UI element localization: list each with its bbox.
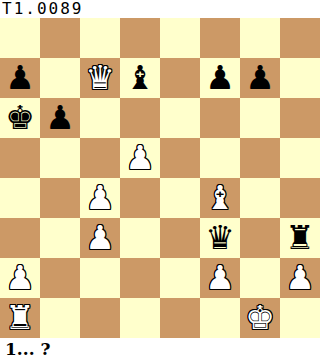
square-h2[interactable]: ♟ [280, 258, 320, 298]
white-rook[interactable]: ♜ [5, 298, 35, 338]
white-pawn[interactable]: ♟ [5, 258, 35, 298]
square-h8[interactable] [280, 18, 320, 58]
white-pawn[interactable]: ♟ [205, 258, 235, 298]
square-d1[interactable] [120, 298, 160, 338]
square-d4[interactable] [120, 178, 160, 218]
white-pawn[interactable]: ♟ [85, 178, 115, 218]
square-f7[interactable]: ♟ [200, 58, 240, 98]
black-rook[interactable]: ♜ [285, 218, 315, 258]
square-d2[interactable] [120, 258, 160, 298]
square-d8[interactable] [120, 18, 160, 58]
black-bishop[interactable]: ♝ [125, 58, 155, 98]
square-f4[interactable]: ♝ [200, 178, 240, 218]
square-a4[interactable] [0, 178, 40, 218]
black-pawn[interactable]: ♟ [5, 58, 35, 98]
square-d6[interactable] [120, 98, 160, 138]
square-b3[interactable] [40, 218, 80, 258]
square-a1[interactable]: ♜ [0, 298, 40, 338]
square-g3[interactable] [240, 218, 280, 258]
black-pawn[interactable]: ♟ [245, 58, 275, 98]
square-c3[interactable]: ♟ [80, 218, 120, 258]
square-h6[interactable] [280, 98, 320, 138]
square-c5[interactable] [80, 138, 120, 178]
square-c4[interactable]: ♟ [80, 178, 120, 218]
puzzle-window: T1.0089 ♟♛♝♟♟♚♟♟♟♝♟♛♜♟♟♟♜♚ 1... ? [0, 0, 320, 360]
square-c6[interactable] [80, 98, 120, 138]
square-b6[interactable]: ♟ [40, 98, 80, 138]
square-f5[interactable] [200, 138, 240, 178]
square-a7[interactable]: ♟ [0, 58, 40, 98]
move-prompt: 1... ? [0, 338, 320, 360]
square-h4[interactable] [280, 178, 320, 218]
puzzle-id: T1.0089 [0, 0, 320, 18]
square-e8[interactable] [160, 18, 200, 58]
square-e4[interactable] [160, 178, 200, 218]
square-f8[interactable] [200, 18, 240, 58]
square-c7[interactable]: ♛ [80, 58, 120, 98]
black-queen[interactable]: ♛ [205, 218, 235, 258]
square-e7[interactable] [160, 58, 200, 98]
square-h1[interactable] [280, 298, 320, 338]
white-pawn[interactable]: ♟ [85, 218, 115, 258]
white-pawn[interactable]: ♟ [285, 258, 315, 298]
square-g1[interactable]: ♚ [240, 298, 280, 338]
square-f6[interactable] [200, 98, 240, 138]
square-b1[interactable] [40, 298, 80, 338]
square-c1[interactable] [80, 298, 120, 338]
square-a8[interactable] [0, 18, 40, 58]
square-e5[interactable] [160, 138, 200, 178]
square-f3[interactable]: ♛ [200, 218, 240, 258]
square-c2[interactable] [80, 258, 120, 298]
square-b8[interactable] [40, 18, 80, 58]
square-g8[interactable] [240, 18, 280, 58]
square-g6[interactable] [240, 98, 280, 138]
square-a5[interactable] [0, 138, 40, 178]
square-d3[interactable] [120, 218, 160, 258]
white-queen[interactable]: ♛ [85, 58, 115, 98]
square-d5[interactable]: ♟ [120, 138, 160, 178]
square-a6[interactable]: ♚ [0, 98, 40, 138]
square-g7[interactable]: ♟ [240, 58, 280, 98]
square-b7[interactable] [40, 58, 80, 98]
square-b5[interactable] [40, 138, 80, 178]
black-king[interactable]: ♚ [5, 98, 35, 138]
square-a2[interactable]: ♟ [0, 258, 40, 298]
square-e6[interactable] [160, 98, 200, 138]
square-f1[interactable] [200, 298, 240, 338]
square-g2[interactable] [240, 258, 280, 298]
black-pawn[interactable]: ♟ [205, 58, 235, 98]
square-c8[interactable] [80, 18, 120, 58]
square-b2[interactable] [40, 258, 80, 298]
square-h3[interactable]: ♜ [280, 218, 320, 258]
square-e1[interactable] [160, 298, 200, 338]
square-a3[interactable] [0, 218, 40, 258]
square-e2[interactable] [160, 258, 200, 298]
square-f2[interactable]: ♟ [200, 258, 240, 298]
chess-board: ♟♛♝♟♟♚♟♟♟♝♟♛♜♟♟♟♜♚ [0, 18, 320, 338]
square-h5[interactable] [280, 138, 320, 178]
black-pawn[interactable]: ♟ [45, 98, 75, 138]
square-e3[interactable] [160, 218, 200, 258]
white-pawn[interactable]: ♟ [125, 138, 155, 178]
white-king[interactable]: ♚ [245, 298, 275, 338]
square-h7[interactable] [280, 58, 320, 98]
square-b4[interactable] [40, 178, 80, 218]
square-d7[interactable]: ♝ [120, 58, 160, 98]
square-g5[interactable] [240, 138, 280, 178]
square-g4[interactable] [240, 178, 280, 218]
white-bishop[interactable]: ♝ [205, 178, 235, 218]
